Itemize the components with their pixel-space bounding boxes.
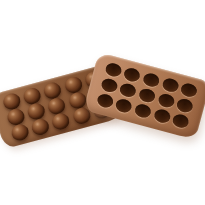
chocolate-dome <box>10 123 31 143</box>
chocolate-dome <box>30 117 51 137</box>
mold-cavity <box>119 82 138 99</box>
cavity-grid <box>83 52 205 140</box>
mold-cavity <box>115 97 134 114</box>
mold-cavity <box>153 107 172 124</box>
mold-cavity <box>138 87 157 104</box>
mold-cavity <box>96 92 115 109</box>
mold-cavity <box>142 72 161 89</box>
mold-cavity <box>161 77 180 94</box>
mold-cavity <box>180 82 199 99</box>
mold-cavity <box>172 112 191 129</box>
mold-cavity <box>100 77 119 94</box>
mold-cavity <box>157 92 176 109</box>
chocolate-dome <box>51 112 72 132</box>
mold-cavity <box>104 62 123 79</box>
mold-cavity <box>176 97 195 114</box>
mold-cavity <box>134 102 153 119</box>
empty-chocolate-mold <box>83 52 205 140</box>
mold-cavity <box>123 67 142 84</box>
photo-stage <box>0 0 205 205</box>
